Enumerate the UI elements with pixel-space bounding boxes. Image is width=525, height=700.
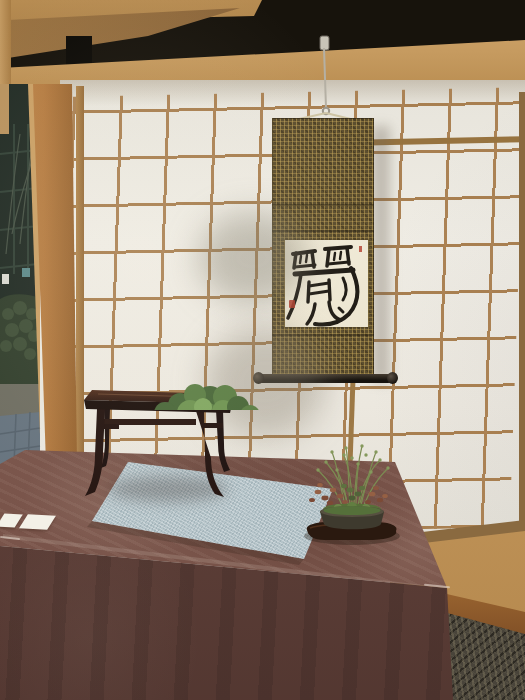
foliage-front bbox=[177, 384, 290, 410]
scroll-shadow bbox=[372, 126, 390, 382]
stand-leg-back-right bbox=[216, 410, 230, 472]
scroll-hanger bbox=[270, 28, 380, 128]
plant-leaf-tips bbox=[316, 444, 389, 473]
scroll-roller-knob-right bbox=[387, 372, 398, 384]
garden-sign-teal bbox=[22, 268, 30, 277]
bonsai-tree bbox=[60, 185, 290, 410]
red-seal-small bbox=[359, 246, 362, 252]
bonsai-exhibit-photo: 麗 bbox=[0, 0, 525, 700]
stand-stretcher-side bbox=[203, 423, 223, 428]
pot-and-moss bbox=[320, 502, 384, 529]
stand-stretcher-side bbox=[103, 424, 119, 429]
garden-sign-white bbox=[2, 274, 9, 284]
hanger-clip bbox=[320, 36, 329, 50]
hanger-rod bbox=[324, 48, 326, 108]
shoji-right-frame bbox=[519, 92, 525, 534]
stand-leg-front-left bbox=[85, 409, 105, 496]
transom-shadow-notch bbox=[66, 36, 92, 66]
accent-plant bbox=[295, 435, 405, 547]
